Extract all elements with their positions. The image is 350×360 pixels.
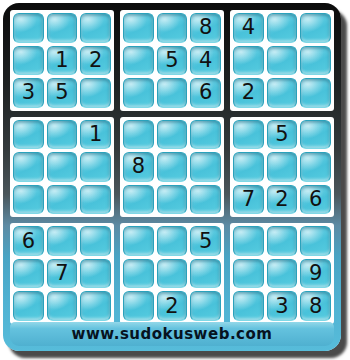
- cell-r2c9[interactable]: [300, 46, 331, 76]
- page: 12358546421857266752938 www.sudokusweb.c…: [0, 0, 350, 360]
- cell-r5c3[interactable]: [80, 152, 111, 182]
- cell-r9c5[interactable]: 2: [157, 291, 188, 321]
- cell-r4c1[interactable]: [13, 120, 44, 150]
- cell-r6c9[interactable]: 6: [300, 185, 331, 215]
- box-r3c2: 52: [120, 223, 224, 324]
- cell-r8c4[interactable]: [123, 259, 154, 289]
- cell-r8c7[interactable]: [233, 259, 264, 289]
- cell-r1c4[interactable]: [123, 13, 154, 43]
- cell-r3c4[interactable]: [123, 78, 154, 108]
- cell-r4c8[interactable]: 5: [267, 120, 298, 150]
- cell-r9c2[interactable]: [47, 291, 78, 321]
- cell-r2c5[interactable]: 5: [157, 46, 188, 76]
- cell-r8c3[interactable]: [80, 259, 111, 289]
- cell-r6c7[interactable]: 7: [233, 185, 264, 215]
- cell-r1c6[interactable]: 8: [190, 13, 221, 43]
- cell-r2c2[interactable]: 1: [47, 46, 78, 76]
- cell-r8c8[interactable]: [267, 259, 298, 289]
- cell-r2c4[interactable]: [123, 46, 154, 76]
- cell-r8c1[interactable]: [13, 259, 44, 289]
- cell-r9c3[interactable]: [80, 291, 111, 321]
- cell-r3c2[interactable]: 5: [47, 78, 78, 108]
- cell-r8c2[interactable]: 7: [47, 259, 78, 289]
- cell-r3c5[interactable]: [157, 78, 188, 108]
- cell-r3c3[interactable]: [80, 78, 111, 108]
- footer-band: www.sudokusweb.com: [10, 322, 334, 346]
- cell-r5c4[interactable]: 8: [123, 152, 154, 182]
- cell-r9c8[interactable]: 3: [267, 291, 298, 321]
- cell-r2c1[interactable]: [13, 46, 44, 76]
- cell-r7c6[interactable]: 5: [190, 226, 221, 256]
- cell-r5c7[interactable]: [233, 152, 264, 182]
- cell-r8c9[interactable]: 9: [300, 259, 331, 289]
- cell-r5c6[interactable]: [190, 152, 221, 182]
- box-r2c1: 1: [10, 117, 114, 218]
- box-r1c1: 1235: [10, 10, 114, 111]
- cell-r2c7[interactable]: [233, 46, 264, 76]
- cell-r1c2[interactable]: [47, 13, 78, 43]
- cell-r8c5[interactable]: [157, 259, 188, 289]
- cell-r9c4[interactable]: [123, 291, 154, 321]
- cell-r9c6[interactable]: [190, 291, 221, 321]
- cell-r7c4[interactable]: [123, 226, 154, 256]
- cell-r6c4[interactable]: [123, 185, 154, 215]
- cell-r7c7[interactable]: [233, 226, 264, 256]
- box-r3c3: 938: [230, 223, 334, 324]
- cell-r1c3[interactable]: [80, 13, 111, 43]
- cell-r2c3[interactable]: 2: [80, 46, 111, 76]
- cell-r4c3[interactable]: 1: [80, 120, 111, 150]
- sudoku-board: 12358546421857266752938: [10, 10, 334, 324]
- cell-r5c2[interactable]: [47, 152, 78, 182]
- cell-r7c8[interactable]: [267, 226, 298, 256]
- cell-r9c7[interactable]: [233, 291, 264, 321]
- cell-r3c8[interactable]: [267, 78, 298, 108]
- cell-r3c7[interactable]: 2: [233, 78, 264, 108]
- cell-r7c9[interactable]: [300, 226, 331, 256]
- cell-r9c9[interactable]: 8: [300, 291, 331, 321]
- cell-r3c9[interactable]: [300, 78, 331, 108]
- cell-r2c6[interactable]: 4: [190, 46, 221, 76]
- site-url-link[interactable]: www.sudokusweb.com: [72, 325, 273, 343]
- cell-r5c9[interactable]: [300, 152, 331, 182]
- cell-r5c1[interactable]: [13, 152, 44, 182]
- cell-r5c5[interactable]: [157, 152, 188, 182]
- cell-r6c3[interactable]: [80, 185, 111, 215]
- sudoku-widget: 12358546421857266752938 www.sudokusweb.c…: [3, 3, 341, 351]
- cell-r6c2[interactable]: [47, 185, 78, 215]
- box-r1c3: 42: [230, 10, 334, 111]
- box-r3c1: 67: [10, 223, 114, 324]
- cell-r8c6[interactable]: [190, 259, 221, 289]
- cell-r3c1[interactable]: 3: [13, 78, 44, 108]
- box-r2c2: 8: [120, 117, 224, 218]
- cell-r6c6[interactable]: [190, 185, 221, 215]
- cell-r4c6[interactable]: [190, 120, 221, 150]
- cell-r7c2[interactable]: [47, 226, 78, 256]
- cell-r1c5[interactable]: [157, 13, 188, 43]
- cell-r1c9[interactable]: [300, 13, 331, 43]
- cell-r4c2[interactable]: [47, 120, 78, 150]
- cell-r4c7[interactable]: [233, 120, 264, 150]
- cell-r4c5[interactable]: [157, 120, 188, 150]
- box-r1c2: 8546: [120, 10, 224, 111]
- cell-r5c8[interactable]: [267, 152, 298, 182]
- box-r2c3: 5726: [230, 117, 334, 218]
- cell-r1c1[interactable]: [13, 13, 44, 43]
- cell-r9c1[interactable]: [13, 291, 44, 321]
- cell-r7c1[interactable]: 6: [13, 226, 44, 256]
- cell-r1c8[interactable]: [267, 13, 298, 43]
- cell-r6c5[interactable]: [157, 185, 188, 215]
- cell-r6c8[interactable]: 2: [267, 185, 298, 215]
- cell-r6c1[interactable]: [13, 185, 44, 215]
- cell-r1c7[interactable]: 4: [233, 13, 264, 43]
- cell-r4c4[interactable]: [123, 120, 154, 150]
- cell-r3c6[interactable]: 6: [190, 78, 221, 108]
- cell-r2c8[interactable]: [267, 46, 298, 76]
- cell-r7c5[interactable]: [157, 226, 188, 256]
- cell-r7c3[interactable]: [80, 226, 111, 256]
- cell-r4c9[interactable]: [300, 120, 331, 150]
